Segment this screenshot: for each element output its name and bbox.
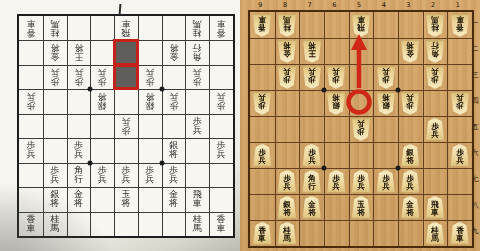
piece-銀将-64-gote[interactable]: 銀将 bbox=[90, 89, 114, 113]
board-cell-56[interactable] bbox=[349, 142, 374, 168]
board-cell-65[interactable] bbox=[324, 116, 349, 142]
piece-銀将-44-gote[interactable]: 銀将 bbox=[138, 89, 162, 113]
piece-歩兵-96-sente[interactable]: 歩兵 bbox=[19, 138, 43, 162]
file-label-9: 9 bbox=[248, 0, 273, 10]
piece-金将-78-sente[interactable]: 金将 bbox=[67, 187, 91, 211]
board-cell-86 bbox=[43, 138, 67, 162]
board-cell-35[interactable] bbox=[398, 116, 423, 142]
piece-香車-99-sente[interactable]: 香車 bbox=[19, 212, 43, 236]
piece-歩兵-14-gote[interactable]: 歩兵 bbox=[209, 89, 233, 113]
board-cell-48 bbox=[138, 187, 162, 211]
board-cell-13[interactable] bbox=[447, 64, 472, 90]
piece-香車-11-gote[interactable]: 香車 bbox=[209, 16, 233, 40]
piece-桂馬-21-gote[interactable]: 桂馬 bbox=[185, 16, 209, 40]
board-cell-42 bbox=[138, 40, 162, 64]
piece-歩兵-63-gote[interactable]: 歩兵 bbox=[90, 65, 114, 89]
file-label-7: 7 bbox=[297, 0, 322, 10]
hoshi-dot bbox=[88, 160, 93, 165]
piece-歩兵-34-gote[interactable]: 歩兵 bbox=[162, 89, 186, 113]
board-cell-33[interactable] bbox=[398, 64, 423, 90]
hoshi-dot bbox=[159, 87, 164, 92]
hoshi-dot bbox=[321, 87, 326, 92]
piece-銀将-36-sente[interactable]: 銀将 bbox=[162, 138, 186, 162]
file-label-1: 1 bbox=[445, 0, 470, 10]
piece-歩兵-67-sente[interactable]: 歩兵 bbox=[90, 163, 114, 187]
highlight-square-53 bbox=[113, 64, 139, 90]
board-cell-17 bbox=[209, 163, 233, 187]
board-cell-85[interactable] bbox=[275, 116, 300, 142]
piece-歩兵-94-gote[interactable]: 歩兵 bbox=[19, 89, 43, 113]
piece-歩兵-87-sente[interactable]: 歩兵 bbox=[43, 163, 67, 187]
board-cell-49 bbox=[138, 212, 162, 236]
board-cell-71 bbox=[67, 16, 91, 40]
piece-歩兵-55-gote[interactable]: 歩兵 bbox=[114, 114, 138, 138]
board-cell-48[interactable] bbox=[373, 194, 398, 220]
board-cell-45[interactable] bbox=[373, 116, 398, 142]
piece-桂馬-89-sente[interactable]: 桂馬 bbox=[43, 212, 67, 236]
piece-歩兵-83-gote[interactable]: 歩兵 bbox=[43, 65, 67, 89]
board-cell-66 bbox=[90, 138, 114, 162]
board-cell-31 bbox=[162, 16, 186, 40]
board-cell-27 bbox=[185, 163, 209, 187]
board-cell-39 bbox=[162, 212, 186, 236]
hoshi-dot bbox=[321, 165, 326, 170]
board-cell-71[interactable] bbox=[299, 12, 324, 38]
board-cell-13 bbox=[209, 65, 233, 89]
piece-玉将-58-sente[interactable]: 玉将 bbox=[114, 187, 138, 211]
printed-shogi-diagram: 香車桂馬飛車桂馬香車金将王将金将角行歩兵歩兵歩兵歩兵歩兵歩兵銀将銀将歩兵歩兵歩兵… bbox=[17, 14, 235, 238]
board-cell-92[interactable] bbox=[250, 38, 275, 64]
board-cell-98[interactable] bbox=[250, 194, 275, 220]
board-cell-95 bbox=[19, 114, 43, 138]
file-labels: 987654321 bbox=[248, 0, 470, 10]
board-cell-84[interactable] bbox=[275, 90, 300, 116]
book-page-photo: 香車桂馬飛車桂馬香車金将王将金将角行歩兵歩兵歩兵歩兵歩兵歩兵銀将銀将歩兵歩兵歩兵… bbox=[0, 0, 240, 251]
board-cell-18 bbox=[209, 187, 233, 211]
board-cell-68[interactable] bbox=[324, 194, 349, 220]
board-cell-41[interactable] bbox=[373, 12, 398, 38]
board-cell-62 bbox=[90, 40, 114, 64]
screenshot: 香車桂馬飛車桂馬香車金将王将金将角行歩兵歩兵歩兵歩兵歩兵歩兵銀将銀将歩兵歩兵歩兵… bbox=[0, 0, 480, 251]
board-cell-15 bbox=[209, 114, 233, 138]
board-cell-74 bbox=[67, 89, 91, 113]
highlight-square-52 bbox=[113, 39, 139, 65]
board-cell-75[interactable] bbox=[299, 116, 324, 142]
board-cell-95[interactable] bbox=[250, 116, 275, 142]
board-cell-12 bbox=[209, 40, 233, 64]
board-cell-18[interactable] bbox=[447, 194, 472, 220]
board-cell-84 bbox=[43, 89, 67, 113]
board-cell-45 bbox=[138, 114, 162, 138]
board-cell-39[interactable] bbox=[398, 220, 423, 246]
piece-歩兵-16-sente[interactable]: 歩兵 bbox=[209, 138, 233, 162]
shogi-board[interactable]: 香車桂馬飛車桂馬香車金将王将金将角行歩兵歩兵歩兵歩兵歩兵歩兵銀将銀将歩兵歩兵歩兵… bbox=[248, 10, 474, 248]
board-cell-26[interactable] bbox=[423, 142, 448, 168]
board-cell-61 bbox=[90, 16, 114, 40]
file-label-4: 4 bbox=[371, 0, 396, 10]
file-label-6: 6 bbox=[322, 0, 347, 10]
board-cell-93[interactable] bbox=[250, 64, 275, 90]
board-cell-74[interactable] bbox=[299, 90, 324, 116]
piece-桂馬-81-gote[interactable]: 桂馬 bbox=[43, 16, 67, 40]
board-cell-86[interactable] bbox=[275, 142, 300, 168]
board-cell-46 bbox=[138, 138, 162, 162]
board-cell-56 bbox=[114, 138, 138, 162]
board-cell-24 bbox=[185, 89, 209, 113]
piece-銀将-88-sente[interactable]: 銀将 bbox=[43, 187, 67, 211]
hoshi-dot bbox=[395, 165, 400, 170]
board-cell-31[interactable] bbox=[398, 12, 423, 38]
piece-王将-72-gote[interactable]: 王将 bbox=[67, 40, 91, 64]
board-cell-52[interactable] bbox=[349, 38, 374, 64]
board-cell-53[interactable] bbox=[349, 64, 374, 90]
hoshi-dot bbox=[88, 87, 93, 92]
board-cell-62[interactable] bbox=[324, 38, 349, 64]
board-cell-65 bbox=[90, 114, 114, 138]
board-cell-15[interactable] bbox=[447, 116, 472, 142]
board-cell-66[interactable] bbox=[324, 142, 349, 168]
piece-歩兵-57-sente[interactable]: 歩兵 bbox=[114, 163, 138, 187]
board-cell-12[interactable] bbox=[447, 38, 472, 64]
piece-飛車-51-gote[interactable]: 飛車 bbox=[114, 16, 138, 40]
piece-歩兵-43-gote[interactable]: 歩兵 bbox=[138, 65, 162, 89]
hoshi-dot bbox=[159, 160, 164, 165]
board-cell-79[interactable] bbox=[299, 220, 324, 246]
board-cell-97[interactable] bbox=[250, 168, 275, 194]
board-cell-42[interactable] bbox=[373, 38, 398, 64]
piece-歩兵-37-sente[interactable]: 歩兵 bbox=[162, 163, 186, 187]
piece-歩兵-23-gote[interactable]: 歩兵 bbox=[185, 65, 209, 89]
shogi-app-board: 987654321 一二三四五六七八九 香車桂馬飛車桂馬香車金将王将金将角行歩兵… bbox=[240, 0, 480, 251]
piece-角行-77-sente[interactable]: 角行 bbox=[67, 163, 91, 187]
piece-歩兵-76-sente[interactable]: 歩兵 bbox=[67, 138, 91, 162]
board-cell-49[interactable] bbox=[373, 220, 398, 246]
piece-金将-38-sente[interactable]: 金将 bbox=[162, 187, 186, 211]
file-label-3: 3 bbox=[396, 0, 421, 10]
piece-角行-22-gote[interactable]: 角行 bbox=[185, 40, 209, 64]
board-cell-46[interactable] bbox=[373, 142, 398, 168]
board-cell-41 bbox=[138, 16, 162, 40]
board-cell-17[interactable] bbox=[447, 168, 472, 194]
board-cell-85 bbox=[43, 114, 67, 138]
hoshi-dot bbox=[395, 87, 400, 92]
piece-歩兵-73-gote[interactable]: 歩兵 bbox=[67, 65, 91, 89]
board-cell-61[interactable] bbox=[324, 12, 349, 38]
board-cell-54[interactable] bbox=[349, 90, 374, 116]
piece-歩兵-25-sente[interactable]: 歩兵 bbox=[185, 114, 209, 138]
file-label-2: 2 bbox=[421, 0, 446, 10]
piece-香車-91-gote[interactable]: 香車 bbox=[19, 16, 43, 40]
piece-桂馬-29-sente[interactable]: 桂馬 bbox=[185, 212, 209, 236]
board-cell-59[interactable] bbox=[349, 220, 374, 246]
piece-金将-32-gote[interactable]: 金将 bbox=[162, 40, 186, 64]
board-cell-27[interactable] bbox=[423, 168, 448, 194]
board-cell-33 bbox=[162, 65, 186, 89]
file-label-8: 8 bbox=[273, 0, 298, 10]
board-cell-92 bbox=[19, 40, 43, 64]
board-cell-35 bbox=[162, 114, 186, 138]
piece-金将-82-gote[interactable]: 金将 bbox=[43, 40, 67, 64]
file-label-5: 5 bbox=[347, 0, 372, 10]
piece-香車-19-sente[interactable]: 香車 bbox=[209, 212, 233, 236]
board-cell-24[interactable] bbox=[423, 90, 448, 116]
board-cell-26 bbox=[185, 138, 209, 162]
piece-飛車-28-sente[interactable]: 飛車 bbox=[185, 187, 209, 211]
board-cell-75 bbox=[67, 114, 91, 138]
board-cell-54 bbox=[114, 89, 138, 113]
piece-歩兵-47-sente[interactable]: 歩兵 bbox=[138, 163, 162, 187]
board-cell-69[interactable] bbox=[324, 220, 349, 246]
board-cell-93 bbox=[19, 65, 43, 89]
